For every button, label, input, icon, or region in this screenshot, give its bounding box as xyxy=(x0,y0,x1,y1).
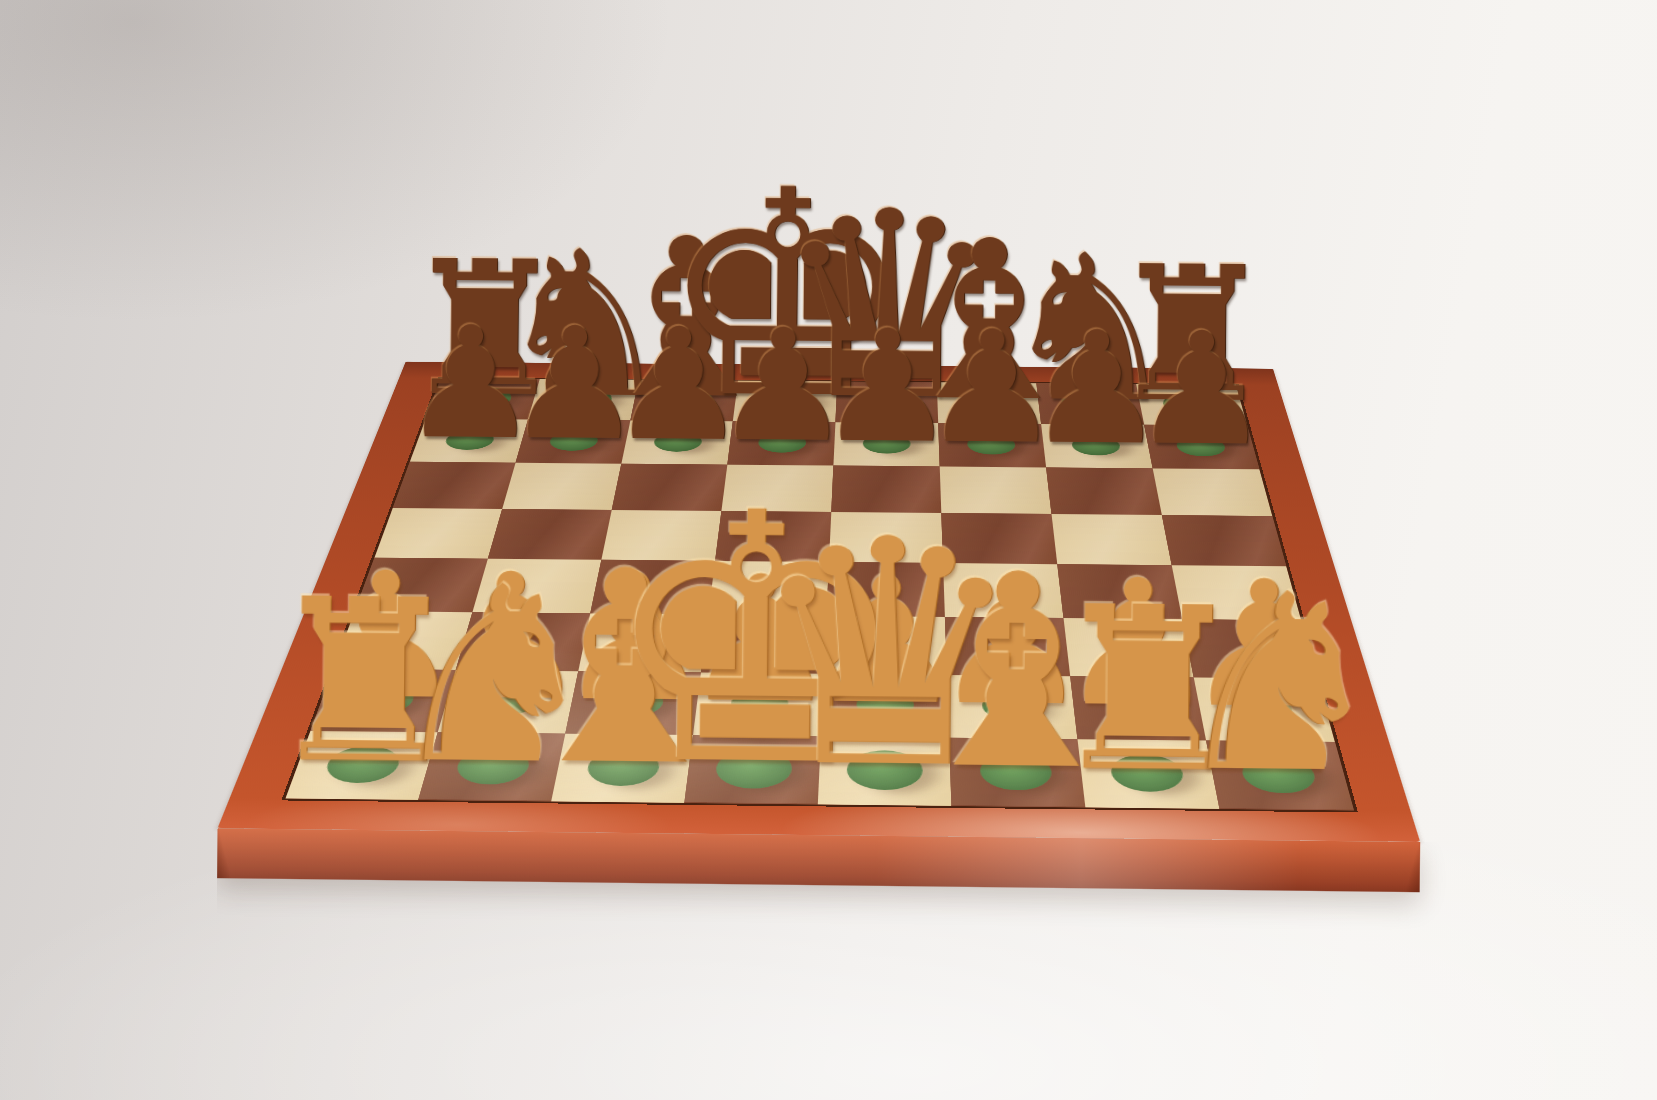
chess-board: ♜♞♝♚♛♝♞♜♟♟♟♟♟♟♟♟♟♟♟♟♟♟♟♟♜♞♝♚♛♝♜♞ xyxy=(217,362,1420,842)
black-pawn-icon: ♟ xyxy=(1130,311,1271,467)
board-playing-field: ♜♞♝♚♛♝♞♜♟♟♟♟♟♟♟♟♟♟♟♟♟♟♟♟♜♞♝♚♛♝♜♞ xyxy=(285,378,1353,810)
photo-canvas: { "game": "chess", "scene_description": … xyxy=(0,0,1657,1100)
square-h6[interactable] xyxy=(1152,468,1272,516)
square-a6[interactable] xyxy=(392,462,515,509)
white-knight-icon: ♞ xyxy=(1168,561,1390,807)
square-g6[interactable] xyxy=(1046,467,1162,515)
